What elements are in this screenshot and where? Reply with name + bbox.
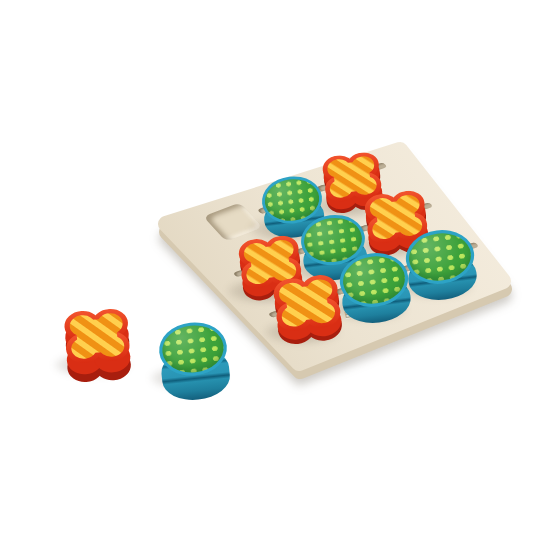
green-polka-dot-disc-off-board-2[interactable] (150, 313, 240, 414)
product-photo: EverEarth© (0, 0, 550, 550)
flower-shape (263, 272, 353, 359)
orange-striped-flower-off-board-1[interactable] (55, 301, 142, 400)
pieces-layer (0, 0, 550, 550)
orange-striped-flower-r3c1[interactable] (263, 266, 355, 369)
flower-shape (55, 307, 141, 389)
